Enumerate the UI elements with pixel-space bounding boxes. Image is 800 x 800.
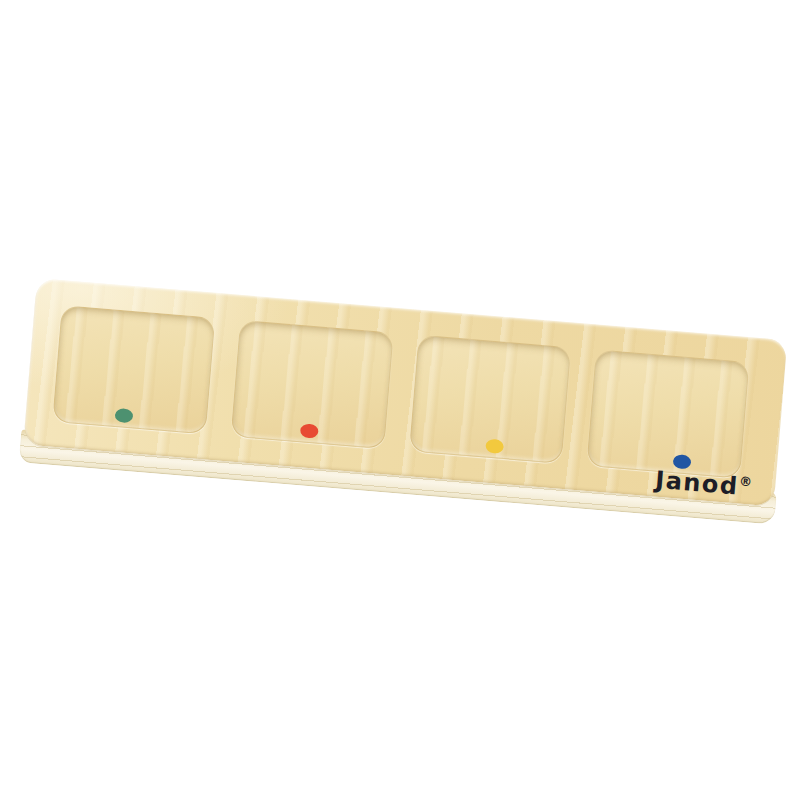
red-dot-icon xyxy=(300,423,319,438)
brand-name: Janod xyxy=(654,466,739,501)
tray-top-face: Janod® xyxy=(23,278,787,507)
slot-yellow[interactable] xyxy=(408,335,571,464)
green-dot-icon xyxy=(114,408,133,423)
slot-green[interactable] xyxy=(52,305,215,434)
yellow-dot-icon xyxy=(486,439,505,454)
wooden-tray: Janod® xyxy=(23,278,787,507)
slot-grid xyxy=(52,305,749,478)
slot-blue[interactable] xyxy=(587,349,750,478)
brand-logo: Janod® xyxy=(654,468,752,500)
product-photo: Janod® xyxy=(0,0,800,800)
registered-mark-icon: ® xyxy=(738,474,752,490)
slot-red[interactable] xyxy=(230,320,393,449)
